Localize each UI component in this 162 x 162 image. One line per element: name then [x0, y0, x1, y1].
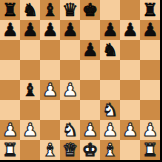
square-e5[interactable]	[80, 60, 100, 80]
white-bishop-icon: ♝	[102, 140, 118, 160]
square-d2[interactable]: ♞	[60, 120, 80, 140]
square-f4[interactable]	[100, 80, 120, 100]
black-pawn-icon: ♟	[2, 20, 18, 40]
square-e7[interactable]	[80, 20, 100, 40]
chess-board: ♜♞♝♛♚♜♟♟♟♟♟♟♟♟♞♝♟♟♞♟♟♞♟♟♟♟♜♝♛♚♝♜	[0, 0, 160, 160]
white-pawn-icon: ♟	[22, 120, 38, 140]
square-h6[interactable]	[140, 40, 160, 60]
square-e2[interactable]: ♟	[80, 120, 100, 140]
white-pawn-icon: ♟	[122, 120, 138, 140]
square-h7[interactable]: ♟	[140, 20, 160, 40]
square-a5[interactable]	[0, 60, 20, 80]
square-a3[interactable]	[0, 100, 20, 120]
square-g2[interactable]: ♟	[120, 120, 140, 140]
white-knight-icon: ♞	[62, 120, 78, 140]
black-king-icon: ♚	[82, 0, 98, 20]
black-pawn-icon: ♟	[122, 20, 138, 40]
black-bishop-icon: ♝	[42, 0, 58, 20]
white-pawn-icon: ♟	[62, 80, 78, 100]
square-f3[interactable]: ♞	[100, 100, 120, 120]
white-knight-icon: ♞	[102, 100, 118, 120]
square-f5[interactable]	[100, 60, 120, 80]
square-e1[interactable]: ♚	[80, 140, 100, 160]
square-a2[interactable]: ♟	[0, 120, 20, 140]
white-rook-icon: ♜	[142, 140, 158, 160]
white-bishop-icon: ♝	[42, 140, 58, 160]
square-a7[interactable]: ♟	[0, 20, 20, 40]
white-rook-icon: ♜	[2, 140, 18, 160]
black-pawn-icon: ♟	[142, 20, 158, 40]
square-h2[interactable]: ♟	[140, 120, 160, 140]
square-b1[interactable]	[20, 140, 40, 160]
black-queen-icon: ♛	[62, 0, 78, 20]
black-pawn-icon: ♟	[42, 20, 58, 40]
square-c4[interactable]: ♟	[40, 80, 60, 100]
black-pawn-icon: ♟	[82, 40, 98, 60]
square-d5[interactable]	[60, 60, 80, 80]
white-pawn-icon: ♟	[142, 120, 158, 140]
square-e4[interactable]	[80, 80, 100, 100]
square-g5[interactable]	[120, 60, 140, 80]
square-f8[interactable]	[100, 0, 120, 20]
black-pawn-icon: ♟	[62, 20, 78, 40]
square-g3[interactable]	[120, 100, 140, 120]
square-g1[interactable]	[120, 140, 140, 160]
square-h1[interactable]: ♜	[140, 140, 160, 160]
square-c3[interactable]	[40, 100, 60, 120]
black-knight-icon: ♞	[22, 0, 38, 20]
square-c2[interactable]	[40, 120, 60, 140]
square-e3[interactable]	[80, 100, 100, 120]
square-h8[interactable]: ♜	[140, 0, 160, 20]
square-a4[interactable]	[0, 80, 20, 100]
square-h3[interactable]	[140, 100, 160, 120]
square-g7[interactable]: ♟	[120, 20, 140, 40]
square-g6[interactable]	[120, 40, 140, 60]
black-knight-icon: ♞	[102, 40, 118, 60]
square-f1[interactable]: ♝	[100, 140, 120, 160]
white-pawn-icon: ♟	[82, 120, 98, 140]
black-pawn-icon: ♟	[102, 20, 118, 40]
black-bishop-icon: ♝	[22, 80, 38, 100]
chess-board-frame: ♜♞♝♛♚♜♟♟♟♟♟♟♟♟♞♝♟♟♞♟♟♞♟♟♟♟♜♝♛♚♝♜	[0, 0, 162, 162]
square-a8[interactable]: ♜	[0, 0, 20, 20]
square-g8[interactable]	[120, 0, 140, 20]
square-e6[interactable]: ♟	[80, 40, 100, 60]
black-rook-icon: ♜	[2, 0, 18, 20]
square-b5[interactable]	[20, 60, 40, 80]
square-d7[interactable]: ♟	[60, 20, 80, 40]
square-c8[interactable]: ♝	[40, 0, 60, 20]
square-f2[interactable]: ♟	[100, 120, 120, 140]
square-b2[interactable]: ♟	[20, 120, 40, 140]
square-e8[interactable]: ♚	[80, 0, 100, 20]
square-d1[interactable]: ♛	[60, 140, 80, 160]
square-b8[interactable]: ♞	[20, 0, 40, 20]
white-king-icon: ♚	[82, 140, 98, 160]
square-b6[interactable]	[20, 40, 40, 60]
square-h5[interactable]	[140, 60, 160, 80]
square-c6[interactable]	[40, 40, 60, 60]
white-pawn-icon: ♟	[42, 80, 58, 100]
square-a1[interactable]: ♜	[0, 140, 20, 160]
square-b3[interactable]	[20, 100, 40, 120]
black-rook-icon: ♜	[142, 0, 158, 20]
square-a6[interactable]	[0, 40, 20, 60]
square-f7[interactable]: ♟	[100, 20, 120, 40]
square-b7[interactable]: ♟	[20, 20, 40, 40]
square-d4[interactable]: ♟	[60, 80, 80, 100]
square-c5[interactable]	[40, 60, 60, 80]
square-d6[interactable]	[60, 40, 80, 60]
square-g4[interactable]	[120, 80, 140, 100]
square-c1[interactable]: ♝	[40, 140, 60, 160]
square-c7[interactable]: ♟	[40, 20, 60, 40]
square-d3[interactable]	[60, 100, 80, 120]
square-f6[interactable]: ♞	[100, 40, 120, 60]
square-h4[interactable]	[140, 80, 160, 100]
white-queen-icon: ♛	[62, 140, 78, 160]
square-b4[interactable]: ♝	[20, 80, 40, 100]
black-pawn-icon: ♟	[22, 20, 38, 40]
square-d8[interactable]: ♛	[60, 0, 80, 20]
white-pawn-icon: ♟	[2, 120, 18, 140]
white-pawn-icon: ♟	[102, 120, 118, 140]
